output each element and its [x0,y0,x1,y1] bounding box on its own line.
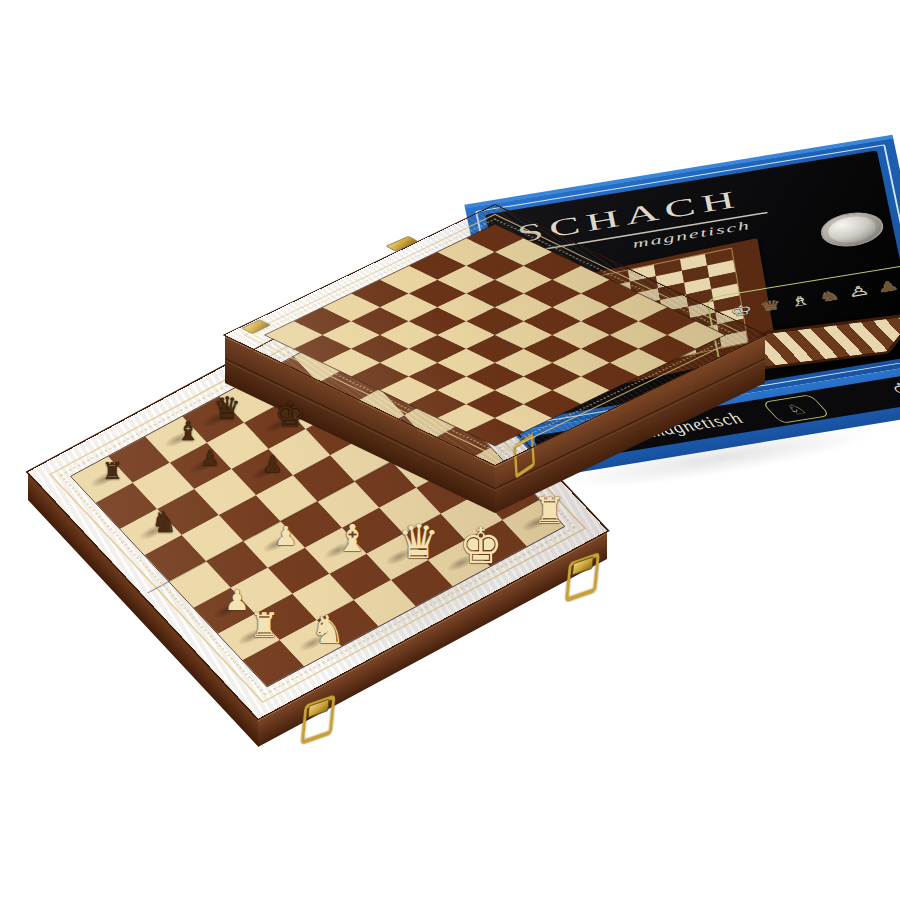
box-art-piece-icon: ♙ [846,283,871,299]
brass-clasp-loop-icon [565,552,600,603]
box-art-piece-icon: ♗ [788,293,813,309]
box-art-piece-icon: ♟ [876,278,900,294]
brass-clasp-loop-icon [301,694,336,745]
medallion-seal-icon [818,208,887,251]
box-art-piece-icon: ♛ [758,297,783,313]
product-photo-scene: SCHACH magnetisch ♔♛♗♞♙♟ magnetisch ♘ ♔ [0,0,900,900]
king-art-icon: ♔ [885,378,900,402]
brand-crest-icon: ♘ [761,394,830,424]
box-art-piece-icon: ♞ [817,288,842,304]
box-art-piece-icon: ♔ [729,302,754,318]
